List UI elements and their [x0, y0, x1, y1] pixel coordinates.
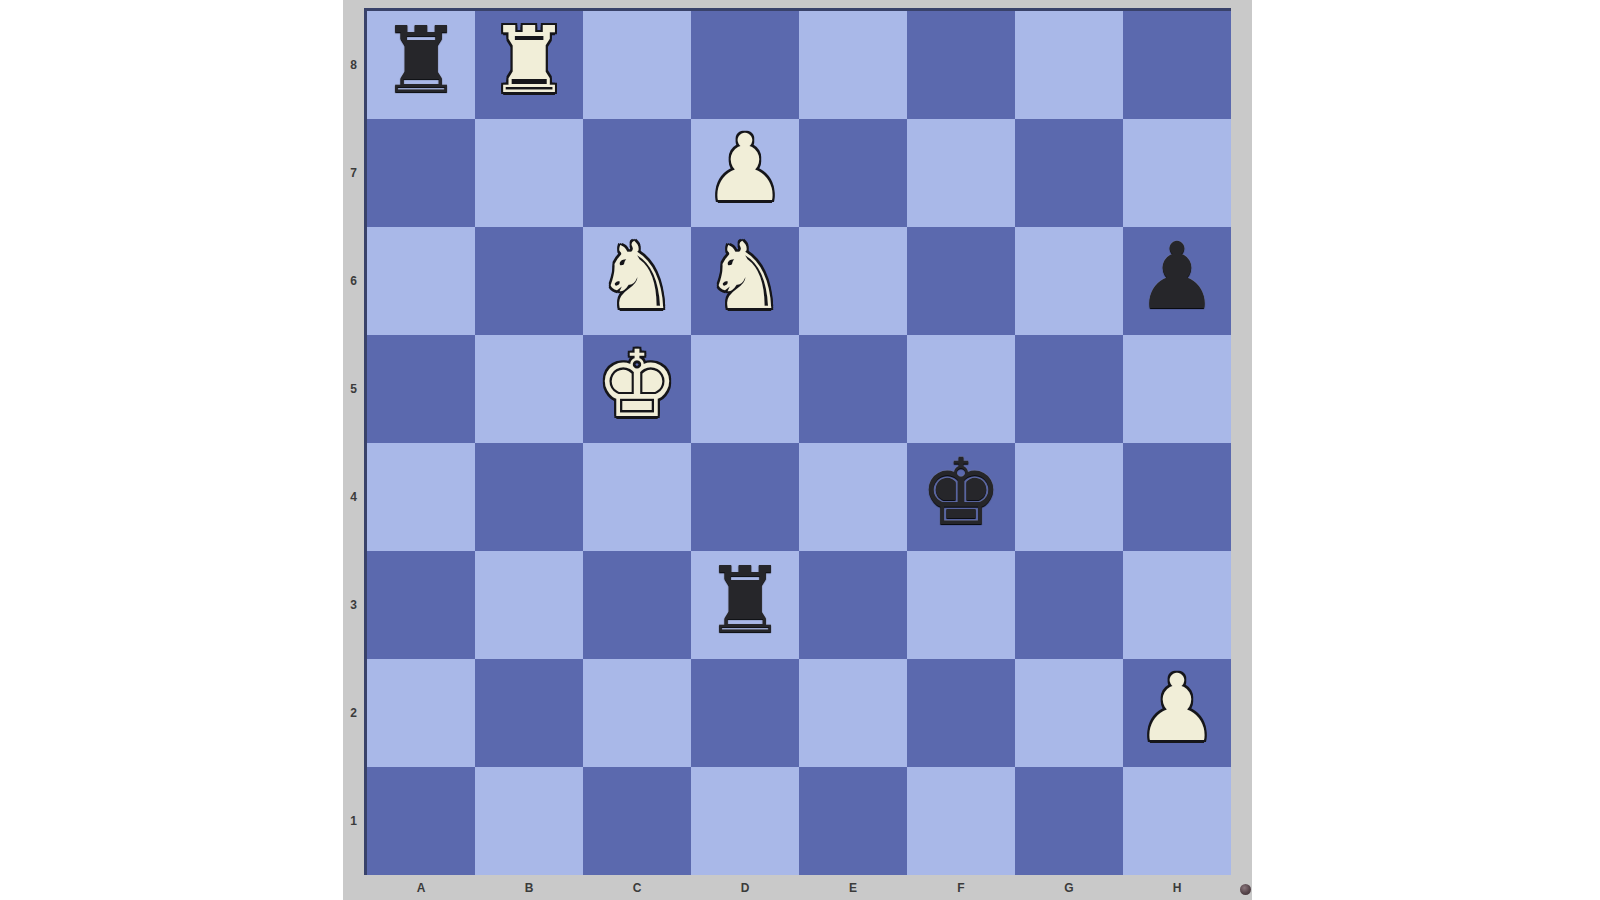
- square-g6[interactable]: [1015, 227, 1123, 335]
- square-a5[interactable]: [367, 335, 475, 443]
- square-b4[interactable]: [475, 443, 583, 551]
- square-b7[interactable]: [475, 119, 583, 227]
- square-e8[interactable]: [799, 11, 907, 119]
- square-h2[interactable]: ♟: [1123, 659, 1231, 767]
- square-e5[interactable]: [799, 335, 907, 443]
- file-label-c: C: [583, 875, 691, 900]
- square-g1[interactable]: [1015, 767, 1123, 875]
- square-d4[interactable]: [691, 443, 799, 551]
- square-d1[interactable]: [691, 767, 799, 875]
- piece-black-rook[interactable]: ♜: [704, 555, 786, 647]
- square-a4[interactable]: [367, 443, 475, 551]
- square-c7[interactable]: [583, 119, 691, 227]
- square-f7[interactable]: [907, 119, 1015, 227]
- piece-black-pawn[interactable]: ♟: [1136, 231, 1218, 323]
- file-label-d: D: [691, 875, 799, 900]
- square-f3[interactable]: [907, 551, 1015, 659]
- square-e1[interactable]: [799, 767, 907, 875]
- piece-white-king[interactable]: ♚: [596, 339, 678, 431]
- square-h5[interactable]: [1123, 335, 1231, 443]
- square-a8[interactable]: ♜: [367, 11, 475, 119]
- square-f2[interactable]: [907, 659, 1015, 767]
- square-f5[interactable]: [907, 335, 1015, 443]
- square-e4[interactable]: [799, 443, 907, 551]
- square-d2[interactable]: [691, 659, 799, 767]
- rank-label-6: 6: [343, 227, 364, 335]
- square-e3[interactable]: [799, 551, 907, 659]
- rank-label-7: 7: [343, 119, 364, 227]
- rank-labels: 8 7 6 5 4 3 2 1: [343, 11, 364, 875]
- square-h3[interactable]: [1123, 551, 1231, 659]
- piece-white-pawn[interactable]: ♟: [1136, 663, 1218, 755]
- chessboard: ♜♜♟♞♞♟♚♚♜♟: [367, 11, 1231, 875]
- square-c1[interactable]: [583, 767, 691, 875]
- file-labels: A B C D E F G H: [367, 875, 1231, 900]
- square-c5[interactable]: ♚: [583, 335, 691, 443]
- square-c8[interactable]: [583, 11, 691, 119]
- square-d3[interactable]: ♜: [691, 551, 799, 659]
- square-c4[interactable]: [583, 443, 691, 551]
- square-f6[interactable]: [907, 227, 1015, 335]
- square-f4[interactable]: ♚: [907, 443, 1015, 551]
- square-g7[interactable]: [1015, 119, 1123, 227]
- square-b3[interactable]: [475, 551, 583, 659]
- file-label-e: E: [799, 875, 907, 900]
- file-label-b: B: [475, 875, 583, 900]
- corner-dot-icon: [1240, 884, 1251, 895]
- square-d5[interactable]: [691, 335, 799, 443]
- square-g3[interactable]: [1015, 551, 1123, 659]
- rank-label-5: 5: [343, 335, 364, 443]
- square-b5[interactable]: [475, 335, 583, 443]
- square-g4[interactable]: [1015, 443, 1123, 551]
- square-d6[interactable]: ♞: [691, 227, 799, 335]
- chessboard-frame: 8 7 6 5 4 3 2 1 ♜♜♟♞♞♟♚♚♜♟ A B C D E F G…: [343, 0, 1252, 900]
- square-d8[interactable]: [691, 11, 799, 119]
- square-h4[interactable]: [1123, 443, 1231, 551]
- rank-label-3: 3: [343, 551, 364, 659]
- piece-white-knight[interactable]: ♞: [704, 231, 786, 323]
- piece-white-knight[interactable]: ♞: [596, 231, 678, 323]
- board-area: ♜♜♟♞♞♟♚♚♜♟: [364, 8, 1231, 875]
- square-h1[interactable]: [1123, 767, 1231, 875]
- file-label-a: A: [367, 875, 475, 900]
- square-e7[interactable]: [799, 119, 907, 227]
- square-g5[interactable]: [1015, 335, 1123, 443]
- square-f8[interactable]: [907, 11, 1015, 119]
- piece-black-king[interactable]: ♚: [920, 447, 1002, 539]
- rank-label-1: 1: [343, 767, 364, 875]
- square-c6[interactable]: ♞: [583, 227, 691, 335]
- rank-label-8: 8: [343, 11, 364, 119]
- square-h6[interactable]: ♟: [1123, 227, 1231, 335]
- rank-label-4: 4: [343, 443, 364, 551]
- square-a3[interactable]: [367, 551, 475, 659]
- piece-white-pawn[interactable]: ♟: [704, 123, 786, 215]
- square-a6[interactable]: [367, 227, 475, 335]
- square-g2[interactable]: [1015, 659, 1123, 767]
- square-a7[interactable]: [367, 119, 475, 227]
- square-b6[interactable]: [475, 227, 583, 335]
- square-d7[interactable]: ♟: [691, 119, 799, 227]
- square-h8[interactable]: [1123, 11, 1231, 119]
- piece-white-rook[interactable]: ♜: [488, 15, 570, 107]
- square-b1[interactable]: [475, 767, 583, 875]
- square-b2[interactable]: [475, 659, 583, 767]
- file-label-f: F: [907, 875, 1015, 900]
- square-f1[interactable]: [907, 767, 1015, 875]
- square-g8[interactable]: [1015, 11, 1123, 119]
- square-c2[interactable]: [583, 659, 691, 767]
- file-label-h: H: [1123, 875, 1231, 900]
- file-label-g: G: [1015, 875, 1123, 900]
- square-e2[interactable]: [799, 659, 907, 767]
- rank-label-2: 2: [343, 659, 364, 767]
- square-a1[interactable]: [367, 767, 475, 875]
- piece-black-rook[interactable]: ♜: [380, 15, 462, 107]
- square-h7[interactable]: [1123, 119, 1231, 227]
- square-b8[interactable]: ♜: [475, 11, 583, 119]
- square-e6[interactable]: [799, 227, 907, 335]
- square-a2[interactable]: [367, 659, 475, 767]
- square-c3[interactable]: [583, 551, 691, 659]
